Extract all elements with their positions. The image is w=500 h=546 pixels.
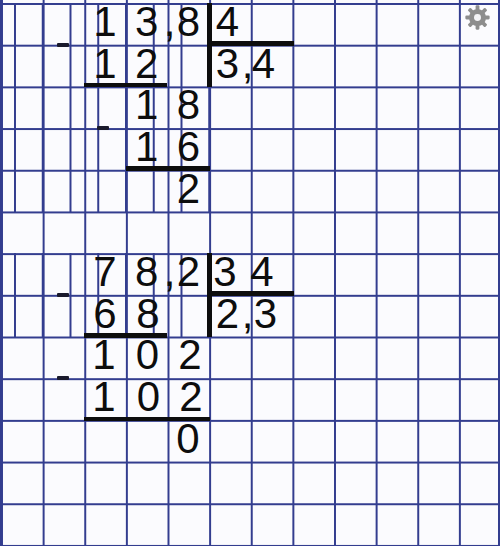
minus-sign <box>97 126 109 130</box>
worksheet-digit: 1 <box>83 376 125 418</box>
worksheet-digit: 6 <box>167 126 209 168</box>
worksheet-digit: 4 <box>243 43 285 85</box>
worksheet-digit: 0 <box>167 418 209 460</box>
minus-sign <box>57 43 69 47</box>
subtraction-line-p1a <box>84 83 167 88</box>
worksheet-digit: 2 <box>167 168 209 210</box>
worksheet-digit: 2 <box>169 334 211 376</box>
worksheet-digit: 8 <box>126 251 168 293</box>
worksheet-digit: 1 <box>126 126 168 168</box>
worksheet-digit: 2 <box>170 376 212 418</box>
grid-paper: 13,84123,41816278,234682,31021020 <box>0 0 500 546</box>
worksheet-digit: 1 <box>83 334 125 376</box>
worksheet-digit: 8 <box>167 84 209 126</box>
worksheet-digit: 3 <box>126 1 168 43</box>
minus-sign <box>57 293 69 297</box>
worksheet-digit: 7 <box>84 251 126 293</box>
worksheet-digit: 8 <box>127 293 169 335</box>
worksheet-digit: 4 <box>207 1 249 43</box>
worksheet-digit: 1 <box>84 1 126 43</box>
divisor-underline-p1 <box>209 41 294 46</box>
worksheet-digit: 3 <box>245 293 287 335</box>
worksheet-digit: 4 <box>241 251 283 293</box>
worksheet-digit: 1 <box>126 84 168 126</box>
subtraction-line-p2b <box>84 417 210 422</box>
settings-gear-icon[interactable] <box>464 4 491 31</box>
minus-sign <box>57 376 69 380</box>
division-worksheet-app: 13,84123,41816278,234682,31021020 <box>0 0 500 546</box>
worksheet-digit: 2 <box>126 43 168 85</box>
worksheet-digit: 0 <box>128 376 170 418</box>
worksheet-digit: 0 <box>127 334 169 376</box>
worksheet-digit: 8 <box>167 1 209 43</box>
subtraction-line-p1b <box>126 166 211 171</box>
worksheet-digit: 6 <box>84 293 126 335</box>
divisor-underline-p2 <box>209 291 294 296</box>
worksheet-digit: 1 <box>84 43 126 85</box>
subtraction-line-p2a <box>84 333 167 338</box>
gear-icon-graphic <box>464 4 491 31</box>
